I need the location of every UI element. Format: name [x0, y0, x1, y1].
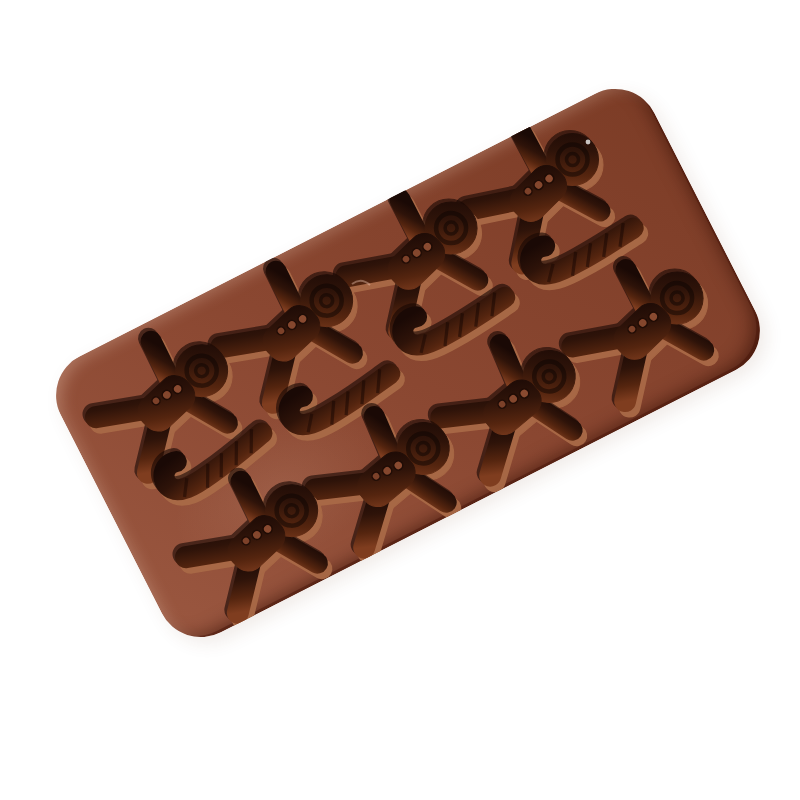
- dust-speck: [586, 140, 591, 145]
- product-photo-canvas: [0, 0, 800, 800]
- mold-cavities: [81, 98, 739, 631]
- cavity-overlay: [0, 0, 800, 800]
